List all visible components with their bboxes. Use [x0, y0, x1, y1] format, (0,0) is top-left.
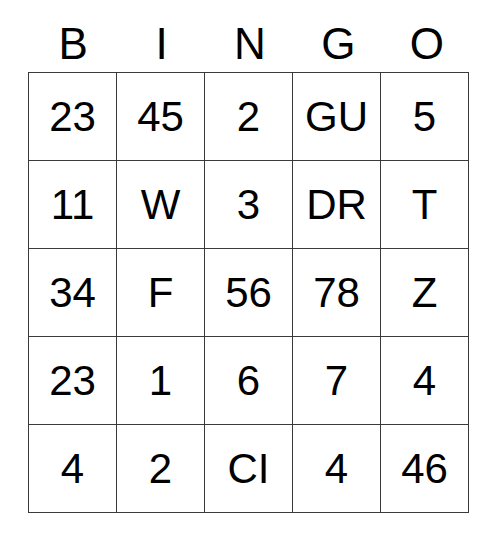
- bingo-cell-r2c3[interactable]: 78: [293, 249, 380, 336]
- bingo-cell-r4c2[interactable]: CI: [205, 425, 292, 512]
- bingo-cell-r3c2[interactable]: 6: [205, 337, 292, 424]
- bingo-cell-r2c1[interactable]: F: [117, 249, 204, 336]
- header-letter-i: I: [117, 0, 205, 72]
- bingo-card: B I N G O 23 45 2 GU 5 11 W 3 DR T 34 F …: [0, 0, 500, 544]
- bingo-cell-r0c0[interactable]: 23: [29, 73, 116, 160]
- bingo-cell-r2c4[interactable]: Z: [381, 249, 468, 336]
- bingo-cell-r3c1[interactable]: 1: [117, 337, 204, 424]
- bingo-cell-r4c3[interactable]: 4: [293, 425, 380, 512]
- bingo-cell-r0c4[interactable]: 5: [381, 73, 468, 160]
- bingo-cell-r4c4[interactable]: 46: [381, 425, 468, 512]
- bingo-cell-r3c4[interactable]: 4: [381, 337, 468, 424]
- bingo-cell-r0c2[interactable]: 2: [205, 73, 292, 160]
- header-letter-g: G: [294, 0, 382, 72]
- bingo-cell-r1c1[interactable]: W: [117, 161, 204, 248]
- header-letter-b: B: [29, 0, 117, 72]
- bingo-cell-r0c1[interactable]: 45: [117, 73, 204, 160]
- bingo-cell-r4c1[interactable]: 2: [117, 425, 204, 512]
- bingo-cell-r2c2[interactable]: 56: [205, 249, 292, 336]
- bingo-cell-r2c0[interactable]: 34: [29, 249, 116, 336]
- bingo-cell-r1c3[interactable]: DR: [293, 161, 380, 248]
- header-letter-o: O: [383, 0, 471, 72]
- bingo-cell-r3c3[interactable]: 7: [293, 337, 380, 424]
- bingo-grid: 23 45 2 GU 5 11 W 3 DR T 34 F 56 78 Z 23…: [28, 72, 469, 513]
- bingo-cell-r1c2[interactable]: 3: [205, 161, 292, 248]
- bingo-cell-r4c0[interactable]: 4: [29, 425, 116, 512]
- bingo-header-row: B I N G O: [29, 0, 471, 72]
- bingo-cell-r1c4[interactable]: T: [381, 161, 468, 248]
- header-letter-n: N: [206, 0, 294, 72]
- bingo-cell-r1c0[interactable]: 11: [29, 161, 116, 248]
- bingo-cell-r0c3[interactable]: GU: [293, 73, 380, 160]
- bingo-cell-r3c0[interactable]: 23: [29, 337, 116, 424]
